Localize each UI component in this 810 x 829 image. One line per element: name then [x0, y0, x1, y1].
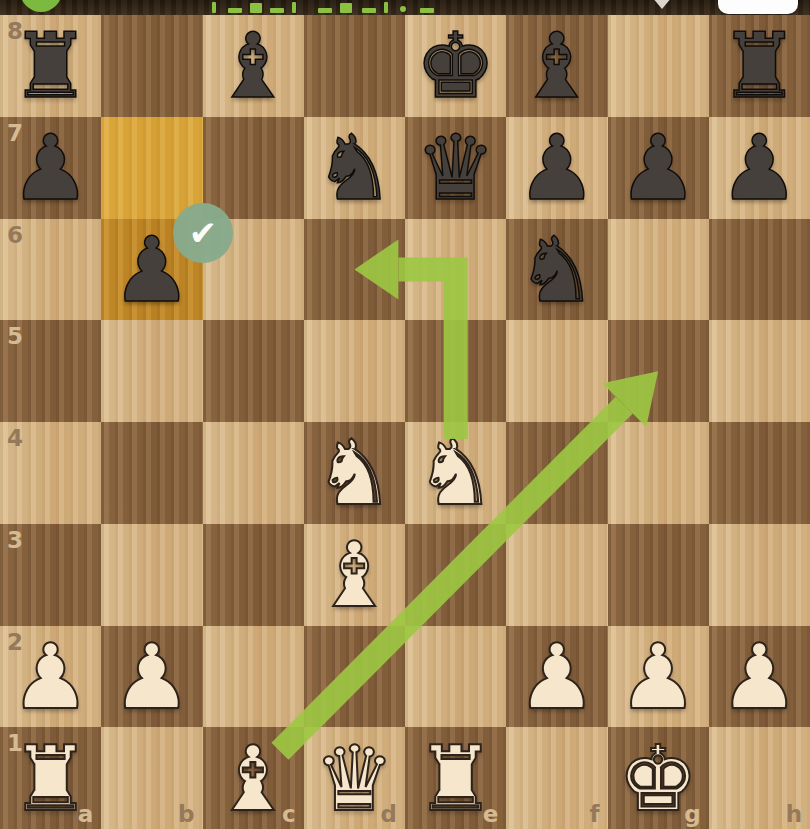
square-g6[interactable]: [608, 219, 709, 321]
square-a6[interactable]: 6: [0, 219, 101, 321]
square-e1[interactable]: e♜: [405, 727, 506, 829]
square-f5[interactable]: [506, 320, 607, 422]
square-e4[interactable]: ♞: [405, 422, 506, 524]
square-g2[interactable]: ♟: [608, 626, 709, 728]
square-d3[interactable]: ♝: [304, 524, 405, 626]
square-h5[interactable]: [709, 320, 810, 422]
piece-white-pawn[interactable]: ♟: [719, 626, 800, 727]
square-e7[interactable]: ♛: [405, 117, 506, 219]
square-b3[interactable]: [101, 524, 202, 626]
chevron-down-icon[interactable]: [652, 0, 672, 9]
square-d4[interactable]: ♞: [304, 422, 405, 524]
square-g3[interactable]: [608, 524, 709, 626]
chess-app-screen: 8♜♝♚♝♜7♟♞♛♟♟♟6♟♞54♞♞3♝2♟♟♟♟♟1a♜bc♝d♛e♜fg…: [0, 0, 810, 829]
piece-white-knight[interactable]: ♞: [415, 422, 496, 523]
square-h6[interactable]: [709, 219, 810, 321]
board-area: 8♜♝♚♝♜7♟♞♛♟♟♟6♟♞54♞♞3♝2♟♟♟♟♟1a♜bc♝d♛e♜fg…: [0, 15, 810, 829]
square-b2[interactable]: ♟: [101, 626, 202, 728]
piece-white-pawn[interactable]: ♟: [618, 626, 699, 727]
square-a7[interactable]: 7♟: [0, 117, 101, 219]
square-a8[interactable]: 8♜: [0, 15, 101, 117]
square-c5[interactable]: [203, 320, 304, 422]
piece-black-queen[interactable]: ♛: [415, 117, 496, 218]
square-b4[interactable]: [101, 422, 202, 524]
square-e3[interactable]: [405, 524, 506, 626]
piece-white-bishop[interactable]: ♝: [213, 728, 294, 829]
square-e8[interactable]: ♚: [405, 15, 506, 117]
square-a2[interactable]: 2♟: [0, 626, 101, 728]
square-f2[interactable]: ♟: [506, 626, 607, 728]
square-d8[interactable]: [304, 15, 405, 117]
piece-black-pawn[interactable]: ♟: [719, 117, 800, 218]
square-h2[interactable]: ♟: [709, 626, 810, 728]
square-a1[interactable]: 1a♜: [0, 727, 101, 829]
square-a5[interactable]: 5: [0, 320, 101, 422]
piece-white-rook[interactable]: ♜: [415, 728, 496, 829]
piece-black-pawn[interactable]: ♟: [618, 117, 699, 218]
square-e2[interactable]: [405, 626, 506, 728]
piece-black-rook[interactable]: ♜: [10, 15, 91, 116]
piece-black-bishop[interactable]: ♝: [517, 15, 598, 116]
square-a3[interactable]: 3: [0, 524, 101, 626]
square-g5[interactable]: [608, 320, 709, 422]
square-f7[interactable]: ♟: [506, 117, 607, 219]
square-e5[interactable]: [405, 320, 506, 422]
square-g8[interactable]: [608, 15, 709, 117]
square-c4[interactable]: [203, 422, 304, 524]
file-label-b: b: [178, 803, 194, 826]
square-f8[interactable]: ♝: [506, 15, 607, 117]
square-h3[interactable]: [709, 524, 810, 626]
piece-white-bishop[interactable]: ♝: [314, 524, 395, 625]
square-h4[interactable]: [709, 422, 810, 524]
square-c8[interactable]: ♝: [203, 15, 304, 117]
rank-label-6: 6: [7, 224, 23, 247]
square-g1[interactable]: g♚: [608, 727, 709, 829]
status-dot-icon: [20, 0, 62, 12]
file-label-h: h: [786, 803, 802, 826]
square-g7[interactable]: ♟: [608, 117, 709, 219]
square-f6[interactable]: ♞: [506, 219, 607, 321]
square-b5[interactable]: [101, 320, 202, 422]
board[interactable]: 8♜♝♚♝♜7♟♞♛♟♟♟6♟♞54♞♞3♝2♟♟♟♟♟1a♜bc♝d♛e♜fg…: [0, 15, 810, 829]
square-e6[interactable]: [405, 219, 506, 321]
piece-black-pawn[interactable]: ♟: [517, 117, 598, 218]
piece-black-bishop[interactable]: ♝: [213, 15, 294, 116]
square-d5[interactable]: [304, 320, 405, 422]
square-f3[interactable]: [506, 524, 607, 626]
square-h8[interactable]: ♜: [709, 15, 810, 117]
square-b8[interactable]: [101, 15, 202, 117]
square-f4[interactable]: [506, 422, 607, 524]
square-h1[interactable]: h: [709, 727, 810, 829]
square-h7[interactable]: ♟: [709, 117, 810, 219]
piece-white-pawn[interactable]: ♟: [112, 626, 193, 727]
piece-white-knight[interactable]: ♞: [314, 422, 395, 523]
square-c2[interactable]: [203, 626, 304, 728]
square-d1[interactable]: d♛: [304, 727, 405, 829]
correct-move-badge: ✔: [173, 203, 233, 263]
header-card[interactable]: [718, 0, 798, 14]
app-header-cropped: [0, 0, 810, 15]
rank-label-3: 3: [7, 529, 23, 552]
piece-white-queen[interactable]: ♛: [314, 728, 395, 829]
piece-black-rook[interactable]: ♜: [719, 15, 800, 116]
square-b7[interactable]: [101, 117, 202, 219]
square-g4[interactable]: [608, 422, 709, 524]
square-f1[interactable]: f: [506, 727, 607, 829]
piece-white-pawn[interactable]: ♟: [517, 626, 598, 727]
piece-black-pawn[interactable]: ♟: [10, 117, 91, 218]
square-d2[interactable]: [304, 626, 405, 728]
square-a4[interactable]: 4: [0, 422, 101, 524]
piece-white-pawn[interactable]: ♟: [10, 626, 91, 727]
square-b1[interactable]: b: [101, 727, 202, 829]
piece-white-rook[interactable]: ♜: [10, 728, 91, 829]
square-c7[interactable]: [203, 117, 304, 219]
piece-black-knight[interactable]: ♞: [517, 219, 598, 320]
square-d6[interactable]: [304, 219, 405, 321]
rank-label-5: 5: [7, 325, 23, 348]
file-label-f: f: [589, 803, 599, 826]
rank-label-4: 4: [7, 427, 23, 450]
square-c3[interactable]: [203, 524, 304, 626]
square-c1[interactable]: c♝: [203, 727, 304, 829]
piece-black-king[interactable]: ♚: [415, 15, 496, 116]
square-d7[interactable]: ♞: [304, 117, 405, 219]
piece-white-king[interactable]: ♚: [618, 728, 699, 829]
piece-black-knight[interactable]: ♞: [314, 117, 395, 218]
